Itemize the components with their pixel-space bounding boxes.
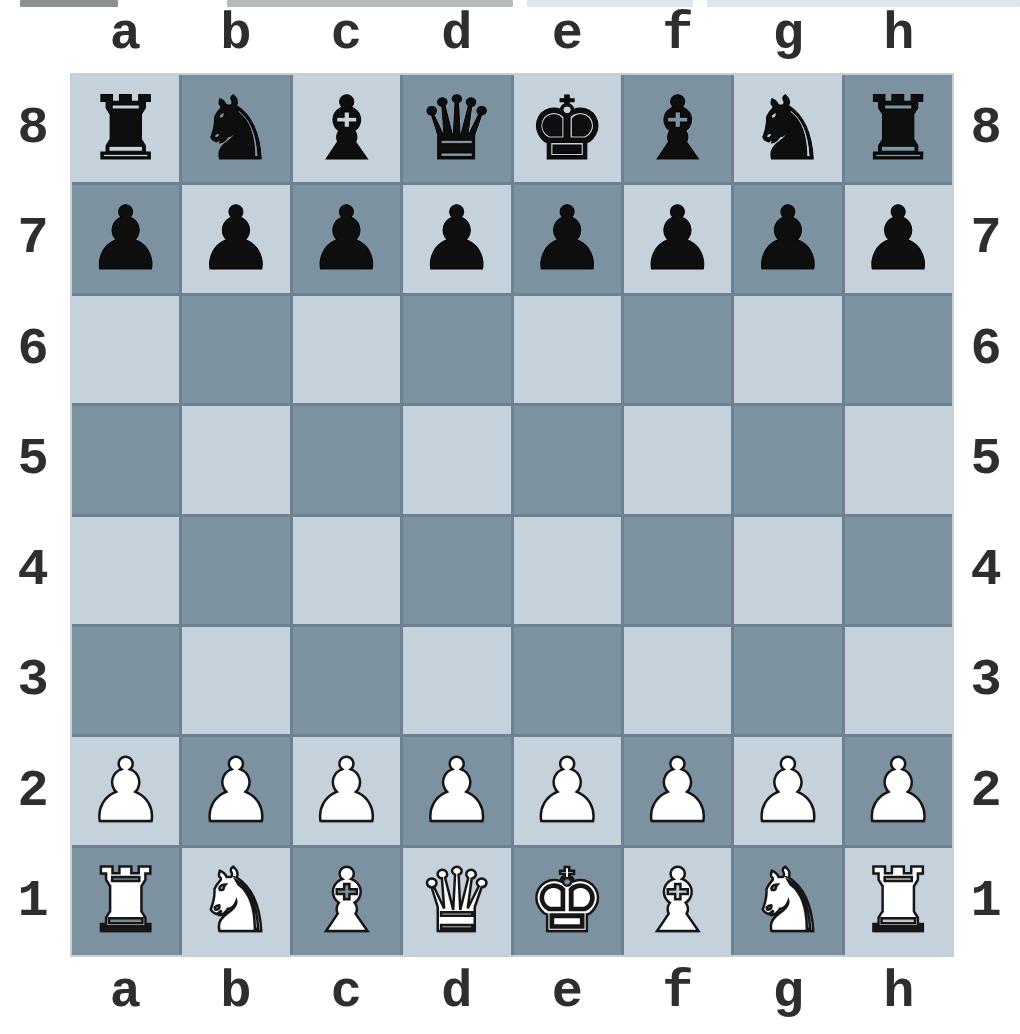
- file-label-h-bottom: h: [844, 960, 955, 1024]
- square-d8[interactable]: ♛: [403, 75, 510, 182]
- piece-white-rook[interactable]: ♜: [859, 857, 938, 945]
- square-g2[interactable]: ♟: [734, 737, 841, 844]
- square-f8[interactable]: ♝: [624, 75, 731, 182]
- square-f6[interactable]: [624, 296, 731, 403]
- file-label-g-top: g: [733, 2, 844, 66]
- square-d6[interactable]: [403, 296, 510, 403]
- square-a7[interactable]: ♟: [72, 185, 179, 292]
- rank-label-1-right: 1: [954, 847, 1018, 958]
- square-e5[interactable]: [514, 406, 621, 513]
- piece-white-pawn[interactable]: ♟: [638, 747, 717, 835]
- square-d2[interactable]: ♟: [403, 737, 510, 844]
- piece-white-bishop[interactable]: ♝: [307, 857, 386, 945]
- file-label-b-top: b: [181, 2, 292, 66]
- piece-black-knight[interactable]: ♞: [197, 85, 276, 173]
- square-h2[interactable]: ♟: [845, 737, 952, 844]
- piece-black-pawn[interactable]: ♟: [307, 195, 386, 283]
- rank-label-5-left: 5: [0, 405, 66, 516]
- piece-white-knight[interactable]: ♞: [197, 857, 276, 945]
- square-a1[interactable]: ♜: [72, 848, 179, 955]
- rank-label-4-left: 4: [0, 515, 66, 626]
- square-c7[interactable]: ♟: [293, 185, 400, 292]
- file-label-g-bottom: g: [733, 960, 844, 1024]
- square-a2[interactable]: ♟: [72, 737, 179, 844]
- piece-white-pawn[interactable]: ♟: [86, 747, 165, 835]
- file-labels-bottom: abcdefgh: [70, 960, 954, 1024]
- file-label-f-bottom: f: [623, 960, 734, 1024]
- square-b8[interactable]: ♞: [182, 75, 289, 182]
- piece-white-pawn[interactable]: ♟: [197, 747, 276, 835]
- rank-label-2-left: 2: [0, 736, 66, 847]
- square-h5[interactable]: [845, 406, 952, 513]
- piece-white-pawn[interactable]: ♟: [528, 747, 607, 835]
- square-d1[interactable]: ♛: [403, 848, 510, 955]
- square-d5[interactable]: [403, 406, 510, 513]
- file-label-e-top: e: [512, 2, 623, 66]
- square-c1[interactable]: ♝: [293, 848, 400, 955]
- square-b2[interactable]: ♟: [182, 737, 289, 844]
- piece-white-knight[interactable]: ♞: [748, 857, 827, 945]
- rank-label-8-left: 8: [0, 73, 66, 184]
- piece-black-pawn[interactable]: ♟: [86, 195, 165, 283]
- piece-black-pawn[interactable]: ♟: [528, 195, 607, 283]
- square-b4[interactable]: [182, 517, 289, 624]
- square-c3[interactable]: [293, 627, 400, 734]
- square-f1[interactable]: ♝: [624, 848, 731, 955]
- piece-black-bishop[interactable]: ♝: [307, 85, 386, 173]
- rank-label-6-right: 6: [954, 294, 1018, 405]
- square-a3[interactable]: [72, 627, 179, 734]
- square-b1[interactable]: ♞: [182, 848, 289, 955]
- square-h1[interactable]: ♜: [845, 848, 952, 955]
- rank-label-4-right: 4: [954, 515, 1018, 626]
- square-c5[interactable]: [293, 406, 400, 513]
- piece-black-pawn[interactable]: ♟: [197, 195, 276, 283]
- rank-label-7-right: 7: [954, 184, 1018, 295]
- file-label-f-top: f: [623, 2, 734, 66]
- piece-black-pawn[interactable]: ♟: [417, 195, 496, 283]
- file-labels-top: abcdefgh: [70, 2, 954, 66]
- square-d4[interactable]: [403, 517, 510, 624]
- square-c2[interactable]: ♟: [293, 737, 400, 844]
- rank-label-2-right: 2: [954, 736, 1018, 847]
- piece-white-pawn[interactable]: ♟: [859, 747, 938, 835]
- square-f4[interactable]: [624, 517, 731, 624]
- square-f5[interactable]: [624, 406, 731, 513]
- square-f7[interactable]: ♟: [624, 185, 731, 292]
- square-e4[interactable]: [514, 517, 621, 624]
- square-g4[interactable]: [734, 517, 841, 624]
- square-e7[interactable]: ♟: [514, 185, 621, 292]
- piece-black-knight[interactable]: ♞: [748, 85, 827, 173]
- square-c6[interactable]: [293, 296, 400, 403]
- square-g5[interactable]: [734, 406, 841, 513]
- square-b5[interactable]: [182, 406, 289, 513]
- square-h8[interactable]: ♜: [845, 75, 952, 182]
- file-label-c-top: c: [291, 2, 402, 66]
- square-c4[interactable]: [293, 517, 400, 624]
- file-label-b-bottom: b: [181, 960, 292, 1024]
- piece-black-rook[interactable]: ♜: [859, 85, 938, 173]
- square-f3[interactable]: [624, 627, 731, 734]
- square-d3[interactable]: [403, 627, 510, 734]
- piece-white-pawn[interactable]: ♟: [417, 747, 496, 835]
- square-c8[interactable]: ♝: [293, 75, 400, 182]
- file-label-h-top: h: [844, 2, 955, 66]
- file-label-a-top: a: [70, 2, 181, 66]
- piece-black-bishop[interactable]: ♝: [638, 85, 717, 173]
- piece-black-queen[interactable]: ♛: [417, 85, 496, 173]
- square-g8[interactable]: ♞: [734, 75, 841, 182]
- piece-white-pawn[interactable]: ♟: [307, 747, 386, 835]
- square-e6[interactable]: [514, 296, 621, 403]
- piece-white-rook[interactable]: ♜: [86, 857, 165, 945]
- chess-diagram-page: abcdefgh 87654321 ♜♞♝♛♚♝♞♜♟♟♟♟♟♟♟♟♟♟♟♟♟♟…: [0, 0, 1020, 1034]
- square-g7[interactable]: ♟: [734, 185, 841, 292]
- square-b7[interactable]: ♟: [182, 185, 289, 292]
- square-e2[interactable]: ♟: [514, 737, 621, 844]
- square-a8[interactable]: ♜: [72, 75, 179, 182]
- rank-label-6-left: 6: [0, 294, 66, 405]
- rank-label-8-right: 8: [954, 73, 1018, 184]
- square-e1[interactable]: ♚: [514, 848, 621, 955]
- file-label-a-bottom: a: [70, 960, 181, 1024]
- piece-black-king[interactable]: ♚: [528, 85, 607, 173]
- square-e8[interactable]: ♚: [514, 75, 621, 182]
- rank-labels-right: 87654321: [954, 73, 1018, 957]
- piece-black-rook[interactable]: ♜: [86, 85, 165, 173]
- file-label-d-bottom: d: [402, 960, 513, 1024]
- file-label-e-bottom: e: [512, 960, 623, 1024]
- piece-white-pawn[interactable]: ♟: [748, 747, 827, 835]
- piece-black-pawn[interactable]: ♟: [859, 195, 938, 283]
- square-d7[interactable]: ♟: [403, 185, 510, 292]
- square-a6[interactable]: [72, 296, 179, 403]
- square-b3[interactable]: [182, 627, 289, 734]
- file-label-d-top: d: [402, 2, 513, 66]
- piece-black-pawn[interactable]: ♟: [638, 195, 717, 283]
- rank-label-1-left: 1: [0, 847, 66, 958]
- rank-label-3-left: 3: [0, 626, 66, 737]
- square-a5[interactable]: [72, 406, 179, 513]
- square-h4[interactable]: [845, 517, 952, 624]
- piece-white-king[interactable]: ♚: [528, 857, 607, 945]
- rank-labels-left: 87654321: [0, 73, 66, 957]
- square-b6[interactable]: [182, 296, 289, 403]
- square-e3[interactable]: [514, 627, 621, 734]
- square-h7[interactable]: ♟: [845, 185, 952, 292]
- piece-black-pawn[interactable]: ♟: [748, 195, 827, 283]
- square-h3[interactable]: [845, 627, 952, 734]
- rank-label-5-right: 5: [954, 405, 1018, 516]
- rank-label-7-left: 7: [0, 184, 66, 295]
- square-g6[interactable]: [734, 296, 841, 403]
- square-g1[interactable]: ♞: [734, 848, 841, 955]
- square-a4[interactable]: [72, 517, 179, 624]
- file-label-c-bottom: c: [291, 960, 402, 1024]
- piece-white-queen[interactable]: ♛: [417, 857, 496, 945]
- rank-label-3-right: 3: [954, 626, 1018, 737]
- square-f2[interactable]: ♟: [624, 737, 731, 844]
- square-g3[interactable]: [734, 627, 841, 734]
- square-h6[interactable]: [845, 296, 952, 403]
- board: ♜♞♝♛♚♝♞♜♟♟♟♟♟♟♟♟♟♟♟♟♟♟♟♟♜♞♝♛♚♝♞♜: [70, 73, 954, 957]
- piece-white-bishop[interactable]: ♝: [638, 857, 717, 945]
